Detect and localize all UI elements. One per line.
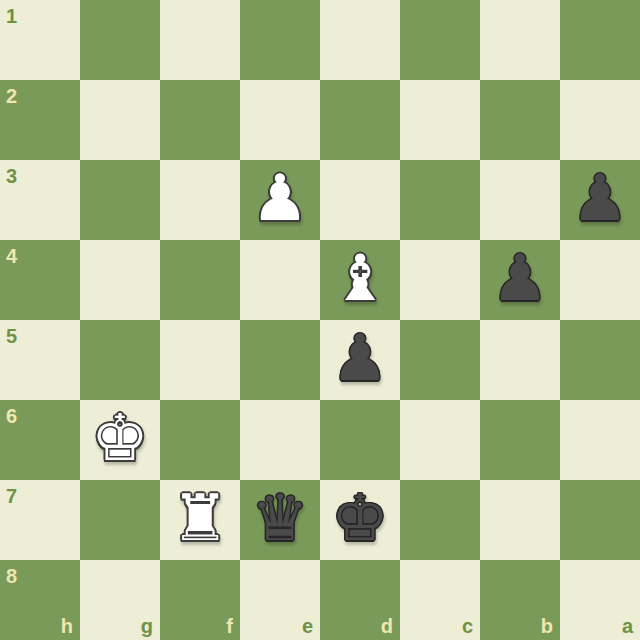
- square-c2[interactable]: [400, 80, 480, 160]
- file-label-g: g: [141, 616, 153, 636]
- square-b8[interactable]: b: [480, 560, 560, 640]
- square-h5[interactable]: 5: [0, 320, 80, 400]
- square-h7[interactable]: 7: [0, 480, 80, 560]
- black-king[interactable]: ♚: [331, 486, 388, 550]
- file-label-c: c: [462, 616, 473, 636]
- white-pawn[interactable]: ♟: [251, 166, 308, 230]
- white-bishop[interactable]: ♝: [331, 246, 388, 310]
- square-d8[interactable]: d: [320, 560, 400, 640]
- square-a8[interactable]: a: [560, 560, 640, 640]
- square-e8[interactable]: e: [240, 560, 320, 640]
- square-f7[interactable]: ♜: [160, 480, 240, 560]
- square-h6[interactable]: 6: [0, 400, 80, 480]
- square-a2[interactable]: [560, 80, 640, 160]
- square-h1[interactable]: 1: [0, 0, 80, 80]
- square-a3[interactable]: ♟: [560, 160, 640, 240]
- square-e2[interactable]: [240, 80, 320, 160]
- square-a1[interactable]: [560, 0, 640, 80]
- square-b4[interactable]: ♟: [480, 240, 560, 320]
- square-b2[interactable]: [480, 80, 560, 160]
- square-d7[interactable]: ♚: [320, 480, 400, 560]
- square-h4[interactable]: 4: [0, 240, 80, 320]
- square-f5[interactable]: [160, 320, 240, 400]
- rank-label-8: 8: [6, 566, 17, 586]
- file-label-f: f: [226, 616, 233, 636]
- square-c8[interactable]: c: [400, 560, 480, 640]
- rank-label-6: 6: [6, 406, 17, 426]
- square-g6[interactable]: ♚: [80, 400, 160, 480]
- square-g2[interactable]: [80, 80, 160, 160]
- black-pawn[interactable]: ♟: [491, 246, 548, 310]
- file-label-b: b: [541, 616, 553, 636]
- square-f4[interactable]: [160, 240, 240, 320]
- square-e3[interactable]: ♟: [240, 160, 320, 240]
- square-e7[interactable]: ♛: [240, 480, 320, 560]
- square-a5[interactable]: [560, 320, 640, 400]
- square-g7[interactable]: [80, 480, 160, 560]
- square-d5[interactable]: ♟: [320, 320, 400, 400]
- square-g3[interactable]: [80, 160, 160, 240]
- square-h2[interactable]: 2: [0, 80, 80, 160]
- square-g8[interactable]: g: [80, 560, 160, 640]
- square-f1[interactable]: [160, 0, 240, 80]
- rank-label-2: 2: [6, 86, 17, 106]
- black-pawn[interactable]: ♟: [571, 166, 628, 230]
- square-b5[interactable]: [480, 320, 560, 400]
- square-b6[interactable]: [480, 400, 560, 480]
- rank-label-5: 5: [6, 326, 17, 346]
- square-d2[interactable]: [320, 80, 400, 160]
- square-e5[interactable]: [240, 320, 320, 400]
- square-g1[interactable]: [80, 0, 160, 80]
- square-g5[interactable]: [80, 320, 160, 400]
- square-e4[interactable]: [240, 240, 320, 320]
- file-label-e: e: [302, 616, 313, 636]
- square-c1[interactable]: [400, 0, 480, 80]
- square-a7[interactable]: [560, 480, 640, 560]
- square-h8[interactable]: 8h: [0, 560, 80, 640]
- square-d3[interactable]: [320, 160, 400, 240]
- chess-board: 123♟♟4♝♟5♟6♚7♜♛♚8hgfedcba: [0, 0, 640, 640]
- square-b7[interactable]: [480, 480, 560, 560]
- square-f6[interactable]: [160, 400, 240, 480]
- square-d6[interactable]: [320, 400, 400, 480]
- square-d4[interactable]: ♝: [320, 240, 400, 320]
- square-d1[interactable]: [320, 0, 400, 80]
- square-a4[interactable]: [560, 240, 640, 320]
- square-h3[interactable]: 3: [0, 160, 80, 240]
- square-f2[interactable]: [160, 80, 240, 160]
- black-queen[interactable]: ♛: [251, 486, 308, 550]
- square-c7[interactable]: [400, 480, 480, 560]
- white-rook[interactable]: ♜: [171, 486, 228, 550]
- square-c4[interactable]: [400, 240, 480, 320]
- square-b1[interactable]: [480, 0, 560, 80]
- rank-label-4: 4: [6, 246, 17, 266]
- rank-label-3: 3: [6, 166, 17, 186]
- file-label-a: a: [622, 616, 633, 636]
- rank-label-1: 1: [6, 6, 17, 26]
- file-label-d: d: [381, 616, 393, 636]
- square-a6[interactable]: [560, 400, 640, 480]
- square-e6[interactable]: [240, 400, 320, 480]
- square-b3[interactable]: [480, 160, 560, 240]
- black-pawn[interactable]: ♟: [331, 326, 388, 390]
- square-c5[interactable]: [400, 320, 480, 400]
- file-label-h: h: [61, 616, 73, 636]
- square-c6[interactable]: [400, 400, 480, 480]
- square-c3[interactable]: [400, 160, 480, 240]
- square-f8[interactable]: f: [160, 560, 240, 640]
- square-g4[interactable]: [80, 240, 160, 320]
- square-f3[interactable]: [160, 160, 240, 240]
- white-king[interactable]: ♚: [91, 406, 148, 470]
- square-e1[interactable]: [240, 0, 320, 80]
- rank-label-7: 7: [6, 486, 17, 506]
